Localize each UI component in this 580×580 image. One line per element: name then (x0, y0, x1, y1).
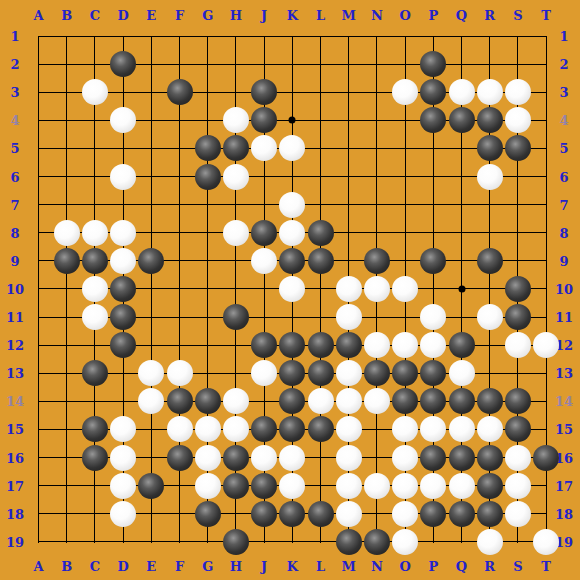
stone-white (279, 276, 305, 302)
stone-white (336, 276, 362, 302)
stone-black (279, 416, 305, 442)
column-label-top: N (371, 9, 383, 22)
stone-black (505, 304, 531, 330)
column-label-top: A (33, 9, 43, 22)
stone-black (279, 501, 305, 527)
stone-black (477, 135, 503, 161)
stone-black (308, 360, 334, 386)
stone-black (138, 248, 164, 274)
stone-white (336, 473, 362, 499)
stone-black (477, 501, 503, 527)
stone-black (251, 79, 277, 105)
stone-black (420, 388, 446, 414)
column-label-top: K (287, 9, 298, 22)
stone-white (223, 107, 249, 133)
stone-white (279, 220, 305, 246)
stone-black (420, 248, 446, 274)
stone-white (420, 332, 446, 358)
stone-black (364, 248, 390, 274)
column-label-top: P (428, 9, 438, 22)
star-point (458, 285, 465, 292)
stone-white (336, 360, 362, 386)
stone-white (279, 135, 305, 161)
column-label-top: T (541, 9, 551, 22)
row-label-left: 16 (6, 451, 24, 464)
column-label-bottom: G (202, 559, 213, 572)
stone-white (336, 416, 362, 442)
stone-black (251, 416, 277, 442)
stone-black (505, 416, 531, 442)
row-label-right: 11 (555, 311, 573, 324)
stone-black (110, 304, 136, 330)
stone-black (449, 445, 475, 471)
stone-black (223, 529, 249, 555)
stone-white (392, 501, 418, 527)
stone-white (195, 473, 221, 499)
stone-black (82, 248, 108, 274)
row-label-right: 6 (559, 170, 568, 183)
column-label-bottom: R (484, 559, 495, 572)
stone-white (167, 416, 193, 442)
stone-white (392, 276, 418, 302)
stone-black (449, 501, 475, 527)
column-label-bottom: E (146, 559, 156, 572)
column-label-top: S (513, 9, 522, 22)
stone-black (223, 304, 249, 330)
stone-black (54, 248, 80, 274)
stone-black (223, 473, 249, 499)
stone-white (138, 388, 164, 414)
stone-black (477, 107, 503, 133)
row-label-right: 3 (559, 86, 568, 99)
row-label-right: 18 (555, 507, 573, 520)
stone-black (336, 332, 362, 358)
stone-white (364, 332, 390, 358)
row-label-right: 15 (555, 423, 573, 436)
stone-white (477, 304, 503, 330)
row-label-left: 15 (6, 423, 24, 436)
stone-black (392, 360, 418, 386)
row-label-left: 2 (10, 58, 19, 71)
stone-black (308, 248, 334, 274)
stone-white (195, 416, 221, 442)
stone-black (195, 501, 221, 527)
stone-black (167, 79, 193, 105)
column-label-bottom: C (90, 559, 100, 572)
stone-black (167, 445, 193, 471)
stone-black (477, 473, 503, 499)
stone-white (392, 529, 418, 555)
stone-black (308, 501, 334, 527)
stone-white (392, 416, 418, 442)
stone-white (533, 332, 559, 358)
stone-white (251, 360, 277, 386)
stone-white (223, 220, 249, 246)
stone-black (110, 276, 136, 302)
stone-black (449, 107, 475, 133)
column-label-top: B (61, 9, 72, 22)
stone-white (336, 501, 362, 527)
row-label-right: 5 (559, 142, 568, 155)
stone-black (364, 360, 390, 386)
stone-black (138, 473, 164, 499)
row-label-left: 11 (6, 311, 24, 324)
stone-white (420, 304, 446, 330)
stone-white (223, 164, 249, 190)
row-label-left: 13 (6, 367, 24, 380)
column-label-top: R (484, 9, 495, 22)
stone-white (364, 388, 390, 414)
row-label-left: 6 (10, 170, 19, 183)
column-label-top: M (341, 9, 355, 22)
row-label-left: 10 (6, 282, 24, 295)
row-label-left: 5 (10, 142, 19, 155)
stone-white (138, 360, 164, 386)
stone-white (449, 416, 475, 442)
grid-line-vertical (66, 36, 67, 543)
stone-black (420, 51, 446, 77)
stone-black (477, 248, 503, 274)
stone-white (477, 416, 503, 442)
stone-white (308, 388, 334, 414)
stone-black (251, 473, 277, 499)
stone-white (505, 473, 531, 499)
column-label-top: G (202, 9, 213, 22)
go-board[interactable]: AABBCCDDEEFFGGHHJJKKLLMMNNOOPPQQRRSSTT11… (0, 0, 580, 580)
stone-white (505, 501, 531, 527)
stone-white (392, 79, 418, 105)
stone-white (420, 416, 446, 442)
column-label-bottom: J (261, 559, 267, 572)
stone-white (392, 332, 418, 358)
stone-white (420, 473, 446, 499)
stone-black (505, 388, 531, 414)
stone-black (505, 135, 531, 161)
column-label-bottom: O (399, 559, 410, 572)
column-label-bottom: T (541, 559, 551, 572)
row-label-right: 4 (559, 114, 568, 127)
stone-black (195, 388, 221, 414)
grid-line-horizontal (39, 541, 548, 542)
stone-white (449, 79, 475, 105)
stone-black (420, 360, 446, 386)
stone-black (420, 79, 446, 105)
stone-black (533, 445, 559, 471)
stone-white (251, 445, 277, 471)
column-label-top: C (90, 9, 100, 22)
row-label-right: 1 (559, 30, 568, 43)
stone-black (308, 332, 334, 358)
stone-white (477, 529, 503, 555)
stone-white (110, 164, 136, 190)
stone-white (110, 445, 136, 471)
stone-white (336, 304, 362, 330)
grid-line-vertical (151, 36, 152, 543)
stone-white (279, 445, 305, 471)
stone-white (449, 360, 475, 386)
stone-black (110, 51, 136, 77)
stone-black (82, 445, 108, 471)
stone-black (279, 360, 305, 386)
stone-white (195, 445, 221, 471)
row-label-left: 17 (6, 479, 24, 492)
stone-white (449, 473, 475, 499)
row-label-right: 14 (555, 395, 573, 408)
row-label-left: 4 (10, 114, 19, 127)
stone-black (449, 388, 475, 414)
column-label-top: Q (456, 9, 467, 22)
stone-white (392, 445, 418, 471)
stone-white (505, 79, 531, 105)
stone-white (336, 445, 362, 471)
stone-black (223, 445, 249, 471)
row-label-right: 7 (559, 198, 568, 211)
stone-white (82, 304, 108, 330)
stone-black (279, 388, 305, 414)
column-label-bottom: H (230, 559, 242, 572)
stone-white (364, 473, 390, 499)
column-label-bottom: N (371, 559, 383, 572)
stone-white (82, 276, 108, 302)
stone-black (336, 529, 362, 555)
grid-line-vertical (38, 36, 39, 543)
row-label-left: 19 (6, 535, 24, 548)
stone-black (392, 388, 418, 414)
stone-black (195, 164, 221, 190)
stone-white (505, 332, 531, 358)
row-label-right: 10 (555, 282, 573, 295)
row-label-left: 14 (6, 395, 24, 408)
row-label-left: 1 (10, 30, 19, 43)
stone-black (223, 135, 249, 161)
stone-white (336, 388, 362, 414)
column-label-bottom: S (513, 559, 522, 572)
stone-black (308, 220, 334, 246)
grid-line-vertical (320, 36, 321, 543)
column-label-top: J (261, 9, 267, 22)
stone-white (110, 248, 136, 274)
stone-white (223, 416, 249, 442)
stone-white (533, 529, 559, 555)
stone-white (54, 220, 80, 246)
stone-black (251, 501, 277, 527)
column-label-top: F (175, 9, 184, 22)
row-label-left: 3 (10, 86, 19, 99)
stone-white (110, 501, 136, 527)
stone-black (477, 445, 503, 471)
stone-black (279, 332, 305, 358)
stone-black (279, 248, 305, 274)
stone-white (477, 79, 503, 105)
stone-black (420, 107, 446, 133)
stone-white (110, 220, 136, 246)
stone-white (110, 473, 136, 499)
stone-black (308, 416, 334, 442)
stone-black (82, 416, 108, 442)
column-label-bottom: F (175, 559, 184, 572)
stone-white (279, 192, 305, 218)
column-label-bottom: M (341, 559, 355, 572)
column-label-bottom: Q (456, 559, 467, 572)
stone-black (420, 501, 446, 527)
row-label-left: 8 (10, 226, 19, 239)
stone-black (110, 332, 136, 358)
stone-white (167, 360, 193, 386)
column-label-top: L (316, 9, 325, 22)
stone-white (505, 107, 531, 133)
stone-white (251, 135, 277, 161)
star-point (289, 117, 296, 124)
stone-white (82, 220, 108, 246)
column-label-bottom: P (428, 559, 438, 572)
column-label-bottom: A (33, 559, 43, 572)
stone-white (364, 276, 390, 302)
row-label-right: 8 (559, 226, 568, 239)
column-label-top: E (146, 9, 156, 22)
stone-white (110, 416, 136, 442)
row-label-left: 18 (6, 507, 24, 520)
stone-white (505, 445, 531, 471)
row-label-right: 17 (555, 479, 573, 492)
row-label-right: 13 (555, 367, 573, 380)
column-label-top: O (399, 9, 410, 22)
row-label-right: 9 (559, 254, 568, 267)
column-label-bottom: K (287, 559, 298, 572)
stone-white (110, 107, 136, 133)
stone-white (477, 164, 503, 190)
column-label-bottom: B (61, 559, 72, 572)
row-label-left: 12 (6, 339, 24, 352)
row-label-right: 2 (559, 58, 568, 71)
column-label-top: D (117, 9, 128, 22)
stone-black (420, 445, 446, 471)
stone-white (392, 473, 418, 499)
grid-line-horizontal (39, 36, 548, 37)
column-label-bottom: L (316, 559, 325, 572)
stone-white (251, 248, 277, 274)
stone-black (251, 107, 277, 133)
column-label-bottom: D (117, 559, 128, 572)
row-label-left: 9 (10, 254, 19, 267)
stone-black (505, 276, 531, 302)
stone-black (251, 220, 277, 246)
stone-white (82, 79, 108, 105)
stone-black (82, 360, 108, 386)
column-label-top: H (230, 9, 242, 22)
stone-black (364, 529, 390, 555)
stone-black (477, 388, 503, 414)
stone-black (167, 388, 193, 414)
stone-black (251, 332, 277, 358)
stone-black (195, 135, 221, 161)
stone-white (279, 473, 305, 499)
stone-black (449, 332, 475, 358)
stone-white (223, 388, 249, 414)
row-label-left: 7 (10, 198, 19, 211)
